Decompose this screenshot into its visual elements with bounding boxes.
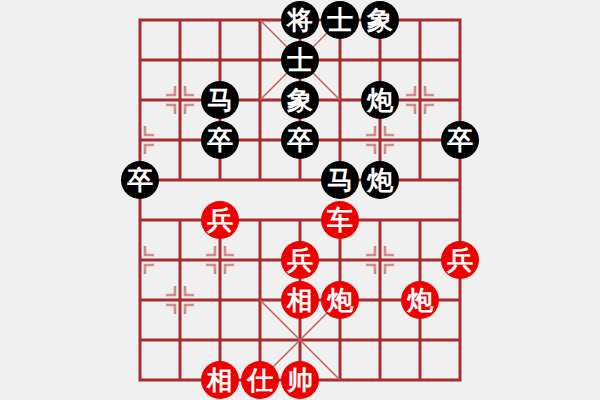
black-soldier[interactable]: 卒 [121,161,159,199]
black-soldier[interactable]: 卒 [441,121,479,159]
red-cannon[interactable]: 炮 [401,281,439,319]
black-cannon[interactable]: 炮 [361,81,399,119]
red-soldier[interactable]: 兵 [281,241,319,279]
red-elephant[interactable]: 相 [201,361,239,399]
red-chariot[interactable]: 车 [321,201,359,239]
xiangqi-board[interactable]: 将士象士马象炮卒卒卒卒马炮兵车兵兵相炮炮相仕帅 [120,0,480,400]
black-horse[interactable]: 马 [201,81,239,119]
black-soldier[interactable]: 卒 [281,121,319,159]
black-elephant[interactable]: 象 [281,81,319,119]
xiangqi-app: 将士象士马象炮卒卒卒卒马炮兵车兵兵相炮炮相仕帅 [0,0,600,400]
black-elephant[interactable]: 象 [361,1,399,39]
red-cannon[interactable]: 炮 [321,281,359,319]
red-elephant[interactable]: 相 [281,281,319,319]
black-advisor[interactable]: 士 [321,1,359,39]
black-soldier[interactable]: 卒 [201,121,239,159]
black-advisor[interactable]: 士 [281,41,319,79]
red-soldier[interactable]: 兵 [201,201,239,239]
black-general[interactable]: 将 [281,1,319,39]
black-cannon[interactable]: 炮 [361,161,399,199]
red-advisor[interactable]: 仕 [241,361,279,399]
black-horse[interactable]: 马 [321,161,359,199]
red-soldier[interactable]: 兵 [441,241,479,279]
red-general[interactable]: 帅 [281,361,319,399]
